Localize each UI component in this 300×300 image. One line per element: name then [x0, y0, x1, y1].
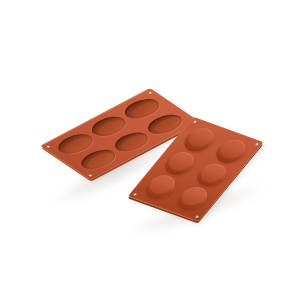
oval-bump-5 [191, 160, 232, 190]
oval-bump-3 [179, 125, 220, 155]
oval-bump-4 [172, 184, 213, 214]
corner-hole [132, 193, 137, 196]
oval-bump-6 [211, 136, 252, 166]
product-photo-scene [0, 0, 300, 300]
corner-hole [195, 215, 200, 218]
oval-bump-1 [140, 172, 181, 202]
oval-bump-2 [159, 149, 200, 179]
